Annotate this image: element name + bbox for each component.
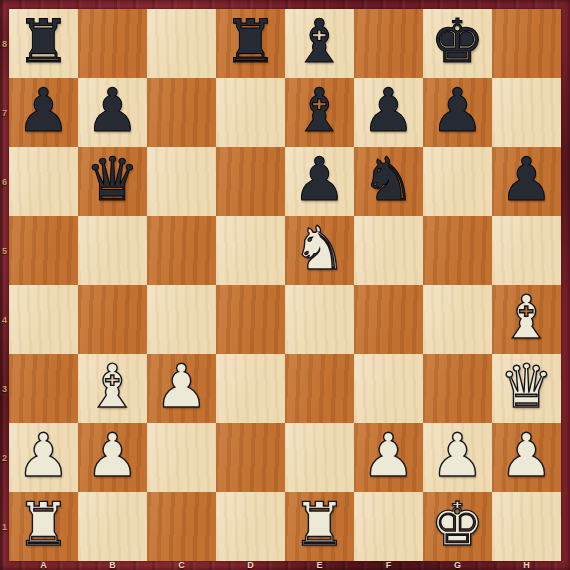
file-label-g: G [423, 559, 492, 570]
square-g2[interactable]: ♟ [423, 423, 492, 492]
square-a8[interactable]: ♜ [9, 9, 78, 78]
square-e5[interactable]: ♞ [285, 216, 354, 285]
rank-label-3: 3 [0, 354, 9, 423]
rank-label-1: 1 [0, 492, 9, 561]
rank-label-7: 7 [0, 78, 9, 147]
white-pawn[interactable]: ♟ [500, 423, 554, 490]
file-label-b: B [78, 559, 147, 570]
square-c8[interactable] [147, 9, 216, 78]
black-rook[interactable]: ♜ [224, 9, 278, 76]
square-g4[interactable] [423, 285, 492, 354]
square-h4[interactable]: ♝ [492, 285, 561, 354]
white-knight[interactable]: ♞ [293, 216, 347, 283]
square-f8[interactable] [354, 9, 423, 78]
square-g7[interactable]: ♟ [423, 78, 492, 147]
white-rook[interactable]: ♜ [17, 492, 71, 559]
square-d5[interactable] [216, 216, 285, 285]
square-c2[interactable] [147, 423, 216, 492]
rank-label-4: 4 [0, 285, 9, 354]
file-label-a: A [9, 559, 78, 570]
square-e2[interactable] [285, 423, 354, 492]
square-h5[interactable] [492, 216, 561, 285]
square-h2[interactable]: ♟ [492, 423, 561, 492]
square-b8[interactable] [78, 9, 147, 78]
square-g8[interactable]: ♚ [423, 9, 492, 78]
square-d6[interactable] [216, 147, 285, 216]
black-pawn[interactable]: ♟ [362, 78, 416, 145]
chess-board: ♜♜♝♚♟♟♝♟♟♛♟♞♟♞♝♝♟♛♟♟♟♟♟♜♜♚ [9, 9, 561, 561]
square-c6[interactable] [147, 147, 216, 216]
white-pawn[interactable]: ♟ [362, 423, 416, 490]
black-knight[interactable]: ♞ [362, 147, 416, 214]
white-bishop[interactable]: ♝ [500, 285, 554, 352]
square-f2[interactable]: ♟ [354, 423, 423, 492]
black-pawn[interactable]: ♟ [431, 78, 485, 145]
square-f3[interactable] [354, 354, 423, 423]
black-bishop[interactable]: ♝ [293, 78, 347, 145]
square-f4[interactable] [354, 285, 423, 354]
square-a3[interactable] [9, 354, 78, 423]
black-rook[interactable]: ♜ [17, 9, 71, 76]
white-rook[interactable]: ♜ [293, 492, 347, 559]
square-d2[interactable] [216, 423, 285, 492]
square-g6[interactable] [423, 147, 492, 216]
square-c5[interactable] [147, 216, 216, 285]
square-a1[interactable]: ♜ [9, 492, 78, 561]
square-h8[interactable] [492, 9, 561, 78]
square-h7[interactable] [492, 78, 561, 147]
square-a6[interactable] [9, 147, 78, 216]
file-label-c: C [147, 559, 216, 570]
square-c1[interactable] [147, 492, 216, 561]
square-e7[interactable]: ♝ [285, 78, 354, 147]
black-pawn[interactable]: ♟ [17, 78, 71, 145]
square-a5[interactable] [9, 216, 78, 285]
square-d3[interactable] [216, 354, 285, 423]
white-pawn[interactable]: ♟ [431, 423, 485, 490]
rank-label-2: 2 [0, 423, 9, 492]
white-queen[interactable]: ♛ [500, 354, 554, 421]
square-g5[interactable] [423, 216, 492, 285]
black-bishop[interactable]: ♝ [293, 9, 347, 76]
square-d4[interactable] [216, 285, 285, 354]
square-b4[interactable] [78, 285, 147, 354]
black-pawn[interactable]: ♟ [293, 147, 347, 214]
black-pawn[interactable]: ♟ [500, 147, 554, 214]
rank-label-5: 5 [0, 216, 9, 285]
square-d8[interactable]: ♜ [216, 9, 285, 78]
square-d1[interactable] [216, 492, 285, 561]
white-bishop[interactable]: ♝ [86, 354, 140, 421]
file-label-h: H [492, 559, 561, 570]
square-g3[interactable] [423, 354, 492, 423]
square-h6[interactable]: ♟ [492, 147, 561, 216]
square-b3[interactable]: ♝ [78, 354, 147, 423]
square-e3[interactable] [285, 354, 354, 423]
board-frame: ♜♜♝♚♟♟♝♟♟♛♟♞♟♞♝♝♟♛♟♟♟♟♟♜♜♚ 8A7B6C5D4E3F2… [0, 0, 570, 570]
square-b6[interactable]: ♛ [78, 147, 147, 216]
square-f1[interactable] [354, 492, 423, 561]
square-f6[interactable]: ♞ [354, 147, 423, 216]
white-king[interactable]: ♚ [431, 492, 485, 559]
square-b2[interactable]: ♟ [78, 423, 147, 492]
square-h3[interactable]: ♛ [492, 354, 561, 423]
square-b5[interactable] [78, 216, 147, 285]
square-g1[interactable]: ♚ [423, 492, 492, 561]
square-h1[interactable] [492, 492, 561, 561]
square-f5[interactable] [354, 216, 423, 285]
file-label-e: E [285, 559, 354, 570]
white-pawn[interactable]: ♟ [155, 354, 209, 421]
square-e1[interactable]: ♜ [285, 492, 354, 561]
rank-label-8: 8 [0, 9, 9, 78]
square-a7[interactable]: ♟ [9, 78, 78, 147]
square-c7[interactable] [147, 78, 216, 147]
rank-label-6: 6 [0, 147, 9, 216]
file-label-d: D [216, 559, 285, 570]
file-label-f: F [354, 559, 423, 570]
square-d7[interactable] [216, 78, 285, 147]
square-e4[interactable] [285, 285, 354, 354]
black-queen[interactable]: ♛ [86, 147, 140, 214]
square-f7[interactable]: ♟ [354, 78, 423, 147]
square-e8[interactable]: ♝ [285, 9, 354, 78]
white-pawn[interactable]: ♟ [17, 423, 71, 490]
square-b7[interactable]: ♟ [78, 78, 147, 147]
square-b1[interactable] [78, 492, 147, 561]
square-a2[interactable]: ♟ [9, 423, 78, 492]
black-king[interactable]: ♚ [431, 9, 485, 76]
square-c4[interactable] [147, 285, 216, 354]
black-pawn[interactable]: ♟ [86, 78, 140, 145]
white-pawn[interactable]: ♟ [86, 423, 140, 490]
square-a4[interactable] [9, 285, 78, 354]
square-c3[interactable]: ♟ [147, 354, 216, 423]
square-e6[interactable]: ♟ [285, 147, 354, 216]
